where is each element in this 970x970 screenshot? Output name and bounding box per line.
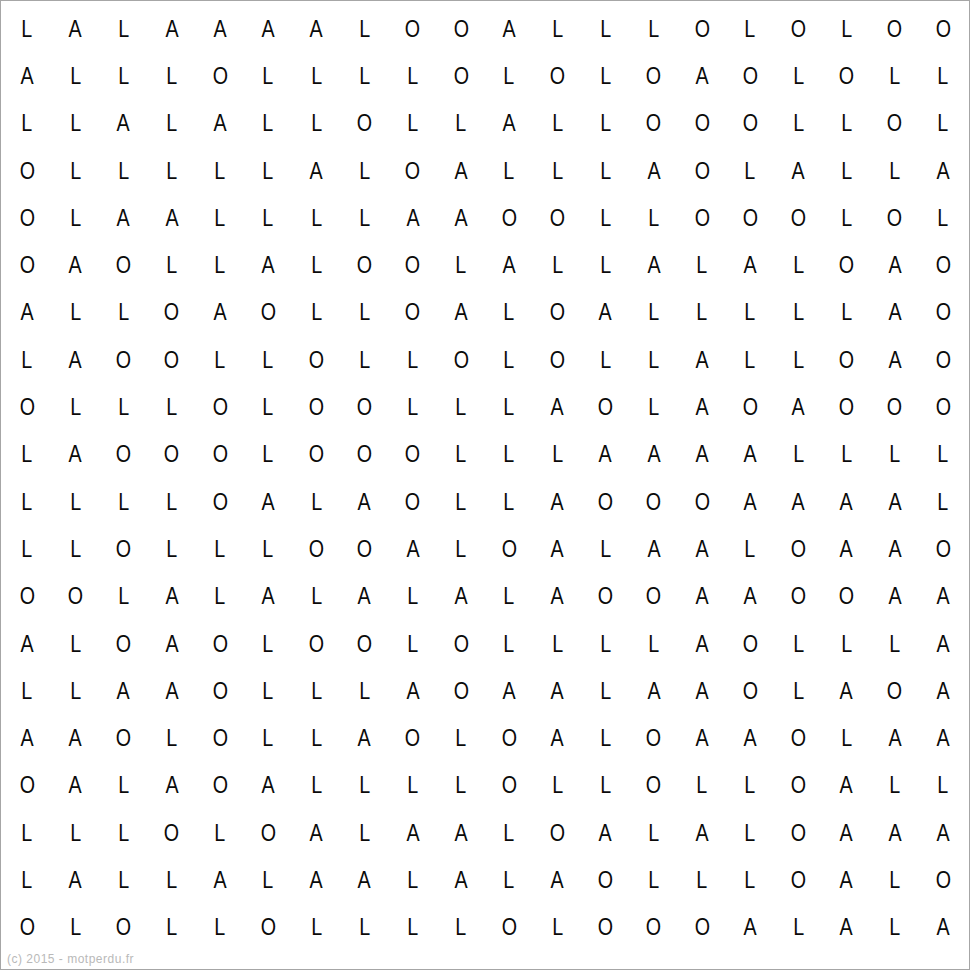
grid-cell[interactable]: L <box>581 525 629 572</box>
grid-cell[interactable]: O <box>581 573 629 620</box>
grid-cell[interactable]: A <box>726 241 774 288</box>
grid-cell[interactable]: A <box>244 762 292 809</box>
grid-cell[interactable]: O <box>581 478 629 525</box>
grid-cell[interactable]: A <box>678 383 726 430</box>
grid-cell[interactable]: O <box>196 478 244 525</box>
grid-cell[interactable]: A <box>678 525 726 572</box>
grid-cell[interactable]: L <box>630 5 678 52</box>
grid-cell[interactable]: O <box>726 100 774 147</box>
grid-cell[interactable]: L <box>292 904 340 951</box>
grid-cell[interactable]: O <box>340 383 388 430</box>
grid-cell[interactable]: L <box>51 289 99 336</box>
grid-cell[interactable]: L <box>437 904 485 951</box>
grid-cell[interactable]: A <box>822 667 870 714</box>
grid-cell[interactable]: L <box>774 52 822 99</box>
grid-cell[interactable]: L <box>871 431 919 478</box>
grid-cell[interactable]: L <box>485 573 533 620</box>
grid-cell[interactable]: O <box>3 573 51 620</box>
grid-cell[interactable]: O <box>3 383 51 430</box>
grid-cell[interactable]: L <box>774 336 822 383</box>
grid-cell[interactable]: O <box>196 383 244 430</box>
grid-cell[interactable]: A <box>871 525 919 572</box>
grid-cell[interactable]: L <box>51 478 99 525</box>
grid-cell[interactable]: O <box>148 336 196 383</box>
grid-cell[interactable]: L <box>148 478 196 525</box>
grid-cell[interactable]: L <box>678 289 726 336</box>
grid-cell[interactable]: A <box>726 573 774 620</box>
grid-cell[interactable]: L <box>148 714 196 761</box>
grid-cell[interactable]: A <box>533 714 581 761</box>
grid-cell[interactable]: L <box>3 100 51 147</box>
grid-cell[interactable]: O <box>678 478 726 525</box>
grid-cell[interactable]: L <box>148 100 196 147</box>
grid-cell[interactable]: O <box>196 620 244 667</box>
grid-cell[interactable]: L <box>3 478 51 525</box>
grid-cell[interactable]: A <box>244 478 292 525</box>
grid-cell[interactable]: A <box>244 241 292 288</box>
grid-cell[interactable]: L <box>389 573 437 620</box>
grid-cell[interactable]: L <box>581 620 629 667</box>
grid-cell[interactable]: L <box>244 383 292 430</box>
grid-cell[interactable]: L <box>244 714 292 761</box>
grid-cell[interactable]: A <box>244 573 292 620</box>
grid-cell[interactable]: L <box>292 667 340 714</box>
grid-cell[interactable]: O <box>630 478 678 525</box>
grid-cell[interactable]: O <box>822 383 870 430</box>
grid-cell[interactable]: A <box>919 147 967 194</box>
grid-cell[interactable]: O <box>99 241 147 288</box>
grid-cell[interactable]: L <box>822 5 870 52</box>
grid-cell[interactable]: L <box>726 762 774 809</box>
grid-cell[interactable]: L <box>3 856 51 903</box>
grid-cell[interactable]: L <box>389 52 437 99</box>
grid-cell[interactable]: L <box>581 5 629 52</box>
grid-cell[interactable]: O <box>726 194 774 241</box>
grid-cell[interactable]: O <box>99 904 147 951</box>
grid-cell[interactable]: A <box>437 289 485 336</box>
grid-cell[interactable]: O <box>485 714 533 761</box>
grid-cell[interactable]: A <box>292 856 340 903</box>
grid-cell[interactable]: A <box>485 100 533 147</box>
grid-cell[interactable]: O <box>485 904 533 951</box>
grid-cell[interactable]: O <box>774 762 822 809</box>
grid-cell[interactable]: L <box>244 620 292 667</box>
grid-cell[interactable]: O <box>292 620 340 667</box>
grid-cell[interactable]: L <box>581 336 629 383</box>
grid-cell[interactable]: L <box>196 573 244 620</box>
grid-cell[interactable]: L <box>919 194 967 241</box>
grid-cell[interactable]: L <box>630 289 678 336</box>
grid-cell[interactable]: L <box>389 383 437 430</box>
grid-cell[interactable]: L <box>581 147 629 194</box>
grid-cell[interactable]: A <box>389 667 437 714</box>
grid-cell[interactable]: A <box>726 714 774 761</box>
grid-cell[interactable]: A <box>919 620 967 667</box>
grid-cell[interactable]: L <box>244 147 292 194</box>
grid-cell[interactable]: L <box>726 147 774 194</box>
grid-cell[interactable]: L <box>485 289 533 336</box>
grid-cell[interactable]: L <box>726 525 774 572</box>
grid-cell[interactable]: O <box>196 52 244 99</box>
grid-cell[interactable]: A <box>630 667 678 714</box>
grid-cell[interactable]: O <box>630 714 678 761</box>
grid-cell[interactable]: L <box>919 52 967 99</box>
grid-cell[interactable]: O <box>774 5 822 52</box>
grid-cell[interactable]: L <box>244 336 292 383</box>
grid-cell[interactable]: A <box>533 383 581 430</box>
grid-cell[interactable]: A <box>871 336 919 383</box>
grid-cell[interactable]: L <box>340 809 388 856</box>
grid-cell[interactable]: A <box>485 667 533 714</box>
grid-cell[interactable]: L <box>51 809 99 856</box>
grid-cell[interactable]: O <box>774 856 822 903</box>
grid-cell[interactable]: O <box>919 336 967 383</box>
grid-cell[interactable]: A <box>678 336 726 383</box>
grid-cell[interactable]: L <box>340 336 388 383</box>
grid-cell[interactable]: O <box>389 431 437 478</box>
grid-cell[interactable]: O <box>99 620 147 667</box>
grid-cell[interactable]: A <box>581 431 629 478</box>
grid-cell[interactable]: O <box>340 525 388 572</box>
grid-cell[interactable]: A <box>919 714 967 761</box>
grid-cell[interactable]: L <box>437 431 485 478</box>
grid-cell[interactable]: L <box>774 289 822 336</box>
grid-cell[interactable]: L <box>292 714 340 761</box>
grid-cell[interactable]: O <box>389 5 437 52</box>
grid-cell[interactable]: A <box>533 856 581 903</box>
grid-cell[interactable]: A <box>148 573 196 620</box>
grid-cell[interactable]: O <box>389 147 437 194</box>
grid-cell[interactable]: O <box>822 52 870 99</box>
grid-cell[interactable]: L <box>726 336 774 383</box>
grid-cell[interactable]: L <box>148 147 196 194</box>
grid-cell[interactable]: L <box>630 809 678 856</box>
grid-cell[interactable]: A <box>919 573 967 620</box>
grid-cell[interactable]: A <box>99 194 147 241</box>
grid-cell[interactable]: A <box>822 856 870 903</box>
grid-cell[interactable]: O <box>581 904 629 951</box>
grid-cell[interactable]: L <box>485 620 533 667</box>
grid-cell[interactable]: L <box>485 52 533 99</box>
grid-cell[interactable]: A <box>533 573 581 620</box>
grid-cell[interactable]: L <box>485 431 533 478</box>
grid-cell[interactable]: A <box>148 762 196 809</box>
grid-cell[interactable]: A <box>822 478 870 525</box>
grid-cell[interactable]: A <box>774 147 822 194</box>
grid-cell[interactable]: L <box>99 383 147 430</box>
grid-cell[interactable]: O <box>3 241 51 288</box>
grid-cell[interactable]: L <box>148 52 196 99</box>
grid-cell[interactable]: A <box>581 289 629 336</box>
grid-cell[interactable]: O <box>630 573 678 620</box>
grid-cell[interactable]: L <box>292 289 340 336</box>
grid-cell[interactable]: L <box>533 904 581 951</box>
grid-cell[interactable]: L <box>630 383 678 430</box>
grid-cell[interactable]: L <box>51 620 99 667</box>
grid-cell[interactable]: L <box>99 5 147 52</box>
grid-cell[interactable]: L <box>51 525 99 572</box>
grid-cell[interactable]: L <box>292 241 340 288</box>
grid-cell[interactable]: L <box>822 289 870 336</box>
grid-cell[interactable]: L <box>196 525 244 572</box>
grid-cell[interactable]: L <box>244 100 292 147</box>
grid-cell[interactable]: A <box>822 762 870 809</box>
grid-cell[interactable]: O <box>437 5 485 52</box>
grid-cell[interactable]: A <box>678 573 726 620</box>
grid-cell[interactable]: L <box>51 52 99 99</box>
grid-cell[interactable]: O <box>292 336 340 383</box>
grid-cell[interactable]: O <box>196 667 244 714</box>
grid-cell[interactable]: L <box>774 100 822 147</box>
grid-cell[interactable]: O <box>630 52 678 99</box>
grid-cell[interactable]: O <box>148 809 196 856</box>
grid-cell[interactable]: L <box>340 667 388 714</box>
grid-cell[interactable]: L <box>871 856 919 903</box>
grid-cell[interactable]: A <box>678 667 726 714</box>
grid-cell[interactable]: L <box>919 762 967 809</box>
grid-cell[interactable]: A <box>148 620 196 667</box>
grid-cell[interactable]: L <box>3 667 51 714</box>
grid-cell[interactable]: O <box>678 147 726 194</box>
grid-cell[interactable]: L <box>51 100 99 147</box>
grid-cell[interactable]: O <box>726 52 774 99</box>
grid-cell[interactable]: L <box>3 525 51 572</box>
grid-cell[interactable]: A <box>678 809 726 856</box>
grid-cell[interactable]: O <box>919 525 967 572</box>
grid-cell[interactable]: L <box>581 241 629 288</box>
grid-cell[interactable]: A <box>3 52 51 99</box>
grid-cell[interactable]: L <box>51 383 99 430</box>
grid-cell[interactable]: L <box>292 194 340 241</box>
grid-cell[interactable]: O <box>3 147 51 194</box>
grid-cell[interactable]: L <box>437 100 485 147</box>
grid-cell[interactable]: A <box>822 904 870 951</box>
grid-cell[interactable]: A <box>919 904 967 951</box>
grid-cell[interactable]: L <box>919 100 967 147</box>
grid-cell[interactable]: O <box>99 336 147 383</box>
grid-cell[interactable]: L <box>437 525 485 572</box>
grid-cell[interactable]: O <box>389 289 437 336</box>
grid-cell[interactable]: L <box>726 809 774 856</box>
grid-cell[interactable]: L <box>581 667 629 714</box>
grid-cell[interactable]: A <box>437 147 485 194</box>
grid-cell[interactable]: L <box>678 762 726 809</box>
grid-cell[interactable]: L <box>919 431 967 478</box>
grid-cell[interactable]: L <box>340 289 388 336</box>
grid-cell[interactable]: L <box>196 194 244 241</box>
grid-cell[interactable]: A <box>726 478 774 525</box>
grid-cell[interactable]: A <box>822 809 870 856</box>
grid-cell[interactable]: A <box>244 5 292 52</box>
grid-cell[interactable]: A <box>437 809 485 856</box>
grid-cell[interactable]: O <box>437 667 485 714</box>
grid-cell[interactable]: O <box>437 52 485 99</box>
grid-cell[interactable]: L <box>485 383 533 430</box>
grid-cell[interactable]: A <box>196 5 244 52</box>
grid-cell[interactable]: L <box>485 809 533 856</box>
grid-cell[interactable]: L <box>822 194 870 241</box>
grid-cell[interactable]: O <box>871 667 919 714</box>
grid-cell[interactable]: L <box>389 904 437 951</box>
grid-cell[interactable]: A <box>340 573 388 620</box>
grid-cell[interactable]: L <box>871 52 919 99</box>
grid-cell[interactable]: L <box>148 383 196 430</box>
grid-cell[interactable]: A <box>437 194 485 241</box>
grid-cell[interactable]: A <box>774 478 822 525</box>
grid-cell[interactable]: O <box>3 762 51 809</box>
grid-cell[interactable]: L <box>533 762 581 809</box>
grid-cell[interactable]: O <box>244 809 292 856</box>
grid-cell[interactable]: O <box>99 525 147 572</box>
grid-cell[interactable]: A <box>99 667 147 714</box>
grid-cell[interactable]: L <box>822 147 870 194</box>
grid-cell[interactable]: O <box>389 241 437 288</box>
grid-cell[interactable]: L <box>871 904 919 951</box>
grid-cell[interactable]: L <box>581 52 629 99</box>
grid-cell[interactable]: O <box>485 525 533 572</box>
grid-cell[interactable]: A <box>533 667 581 714</box>
grid-cell[interactable]: O <box>774 525 822 572</box>
grid-cell[interactable]: A <box>871 289 919 336</box>
grid-cell[interactable]: L <box>196 241 244 288</box>
grid-cell[interactable]: A <box>437 573 485 620</box>
grid-cell[interactable]: L <box>822 100 870 147</box>
grid-cell[interactable]: L <box>3 336 51 383</box>
grid-cell[interactable]: L <box>196 336 244 383</box>
grid-cell[interactable]: O <box>774 573 822 620</box>
grid-cell[interactable]: L <box>292 762 340 809</box>
grid-cell[interactable]: O <box>244 904 292 951</box>
grid-cell[interactable]: A <box>3 620 51 667</box>
grid-cell[interactable]: L <box>437 714 485 761</box>
grid-cell[interactable]: O <box>774 714 822 761</box>
grid-cell[interactable]: O <box>726 667 774 714</box>
grid-cell[interactable]: A <box>678 714 726 761</box>
grid-cell[interactable]: A <box>919 667 967 714</box>
grid-cell[interactable]: O <box>244 289 292 336</box>
grid-cell[interactable]: L <box>726 289 774 336</box>
grid-cell[interactable]: L <box>244 667 292 714</box>
grid-cell[interactable]: L <box>340 904 388 951</box>
grid-cell[interactable]: L <box>678 241 726 288</box>
grid-cell[interactable]: O <box>774 194 822 241</box>
grid-cell[interactable]: L <box>919 478 967 525</box>
grid-cell[interactable]: A <box>871 241 919 288</box>
grid-cell[interactable]: O <box>437 620 485 667</box>
grid-cell[interactable]: O <box>3 904 51 951</box>
grid-cell[interactable]: O <box>726 620 774 667</box>
grid-cell[interactable]: L <box>630 336 678 383</box>
grid-cell[interactable]: A <box>51 431 99 478</box>
grid-cell[interactable]: L <box>99 856 147 903</box>
grid-cell[interactable]: O <box>485 194 533 241</box>
grid-cell[interactable]: L <box>3 809 51 856</box>
grid-cell[interactable]: A <box>340 856 388 903</box>
grid-cell[interactable]: L <box>533 100 581 147</box>
grid-cell[interactable]: O <box>678 904 726 951</box>
grid-cell[interactable]: O <box>919 856 967 903</box>
grid-cell[interactable]: O <box>533 336 581 383</box>
grid-cell[interactable]: O <box>196 714 244 761</box>
grid-cell[interactable]: L <box>340 52 388 99</box>
grid-cell[interactable]: A <box>148 5 196 52</box>
grid-cell[interactable]: O <box>389 478 437 525</box>
grid-cell[interactable]: O <box>630 100 678 147</box>
grid-cell[interactable]: L <box>581 194 629 241</box>
grid-cell[interactable]: A <box>340 714 388 761</box>
grid-cell[interactable]: L <box>340 194 388 241</box>
grid-cell[interactable]: L <box>3 5 51 52</box>
grid-cell[interactable]: A <box>678 620 726 667</box>
grid-cell[interactable]: A <box>292 809 340 856</box>
grid-cell[interactable]: A <box>437 856 485 903</box>
grid-cell[interactable]: A <box>485 5 533 52</box>
grid-cell[interactable]: O <box>919 5 967 52</box>
grid-cell[interactable]: O <box>437 336 485 383</box>
grid-cell[interactable]: L <box>244 856 292 903</box>
grid-cell[interactable]: A <box>726 904 774 951</box>
grid-cell[interactable]: L <box>292 478 340 525</box>
grid-cell[interactable]: A <box>581 809 629 856</box>
grid-cell[interactable]: O <box>871 194 919 241</box>
grid-cell[interactable]: L <box>774 620 822 667</box>
grid-cell[interactable]: A <box>292 5 340 52</box>
grid-cell[interactable]: O <box>822 573 870 620</box>
grid-cell[interactable]: L <box>485 336 533 383</box>
grid-cell[interactable]: L <box>437 383 485 430</box>
grid-cell[interactable]: A <box>726 431 774 478</box>
grid-cell[interactable]: A <box>148 667 196 714</box>
grid-cell[interactable]: A <box>389 525 437 572</box>
grid-cell[interactable]: L <box>196 809 244 856</box>
grid-cell[interactable]: A <box>822 525 870 572</box>
grid-cell[interactable]: O <box>340 431 388 478</box>
grid-cell[interactable]: L <box>630 194 678 241</box>
grid-cell[interactable]: L <box>581 762 629 809</box>
grid-cell[interactable]: A <box>99 100 147 147</box>
grid-cell[interactable]: L <box>292 52 340 99</box>
grid-cell[interactable]: L <box>51 147 99 194</box>
grid-cell[interactable]: L <box>389 336 437 383</box>
grid-cell[interactable]: O <box>533 289 581 336</box>
grid-cell[interactable]: O <box>919 383 967 430</box>
grid-cell[interactable]: L <box>533 620 581 667</box>
grid-cell[interactable]: L <box>437 478 485 525</box>
grid-cell[interactable]: L <box>244 194 292 241</box>
grid-cell[interactable]: A <box>389 194 437 241</box>
grid-cell[interactable]: A <box>51 5 99 52</box>
grid-cell[interactable]: A <box>533 478 581 525</box>
grid-cell[interactable]: L <box>340 762 388 809</box>
grid-cell[interactable]: L <box>99 289 147 336</box>
grid-cell[interactable]: O <box>919 289 967 336</box>
grid-cell[interactable]: L <box>292 573 340 620</box>
grid-cell[interactable]: L <box>148 904 196 951</box>
grid-cell[interactable]: L <box>99 573 147 620</box>
grid-cell[interactable]: A <box>148 194 196 241</box>
grid-cell[interactable]: A <box>389 809 437 856</box>
grid-cell[interactable]: L <box>292 100 340 147</box>
grid-cell[interactable]: O <box>581 383 629 430</box>
grid-cell[interactable]: L <box>533 5 581 52</box>
grid-cell[interactable]: O <box>485 762 533 809</box>
grid-cell[interactable]: O <box>533 809 581 856</box>
grid-cell[interactable]: L <box>533 147 581 194</box>
grid-cell[interactable]: O <box>148 289 196 336</box>
grid-cell[interactable]: L <box>774 904 822 951</box>
grid-cell[interactable]: A <box>340 478 388 525</box>
grid-cell[interactable]: L <box>51 904 99 951</box>
